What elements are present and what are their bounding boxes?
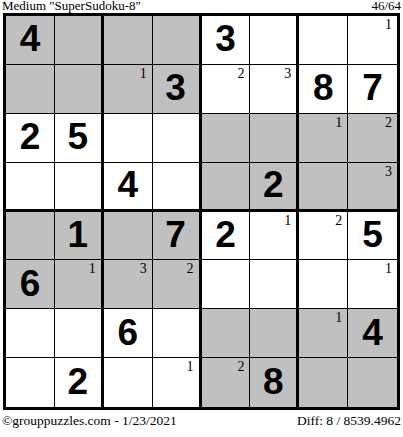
cell-r2c5[interactable]: 2 [202, 65, 251, 114]
puzzle-footer: ©grouppuzzles.com - 1/23/2021 Diff: 8 / … [2, 413, 401, 429]
cell-r4c5[interactable] [202, 163, 251, 212]
cell-r4c7[interactable] [299, 163, 348, 212]
cell-r8c5[interactable]: 2 [202, 358, 251, 407]
pencil-mark: 1 [284, 212, 291, 229]
cell-r2c6[interactable]: 3 [250, 65, 299, 114]
puzzle-header: Medium "SuperSudoku-8" 46/64 [2, 0, 401, 13]
pencil-mark: 1 [89, 260, 96, 277]
cell-r5c1[interactable] [6, 212, 55, 261]
cell-value: 4 [117, 166, 138, 203]
cell-r1c1[interactable]: 4 [6, 16, 55, 65]
copyright-credit: ©grouppuzzles.com - 1/23/2021 [2, 413, 177, 429]
cell-r8c1[interactable] [6, 358, 55, 407]
cell-r3c3[interactable] [104, 114, 153, 163]
cell-r7c4[interactable] [153, 309, 202, 358]
pencil-mark: 2 [187, 260, 194, 277]
cell-value: 7 [362, 69, 383, 106]
cell-r5c5[interactable]: 2 [202, 212, 251, 261]
cell-r3c5[interactable] [202, 114, 251, 163]
cell-value: 8 [313, 69, 334, 106]
cell-r3c2[interactable]: 5 [55, 114, 104, 163]
cell-r4c3[interactable]: 4 [104, 163, 153, 212]
pencil-mark: 1 [335, 114, 342, 131]
cell-value: 2 [263, 166, 284, 203]
cell-r7c7[interactable]: 1 [299, 309, 348, 358]
cell-r6c4[interactable]: 2 [153, 260, 202, 309]
cell-r3c4[interactable] [153, 114, 202, 163]
cell-r1c3[interactable] [104, 16, 153, 65]
cell-r5c7[interactable]: 2 [299, 212, 348, 261]
cell-r1c6[interactable] [250, 16, 299, 65]
pencil-mark: 1 [385, 16, 392, 33]
cell-r2c2[interactable] [55, 65, 104, 114]
cell-r8c3[interactable] [104, 358, 153, 407]
cell-r2c4[interactable]: 3 [153, 65, 202, 114]
cell-r3c6[interactable] [250, 114, 299, 163]
cell-r8c8[interactable] [348, 358, 397, 407]
cell-r1c7[interactable] [299, 16, 348, 65]
pencil-mark: 3 [140, 260, 147, 277]
cell-r5c3[interactable] [104, 212, 153, 261]
cell-value: 4 [362, 314, 383, 351]
cell-r1c4[interactable] [153, 16, 202, 65]
cell-value: 5 [362, 216, 383, 253]
remaining-counter: 46/64 [371, 0, 401, 13]
cell-value: 6 [20, 265, 41, 302]
cell-r8c7[interactable] [299, 358, 348, 407]
cell-r3c7[interactable]: 1 [299, 114, 348, 163]
cell-value: 1 [68, 216, 89, 253]
cell-r8c2[interactable]: 2 [55, 358, 104, 407]
cell-r6c7[interactable] [299, 260, 348, 309]
pencil-mark: 2 [335, 212, 342, 229]
cell-r6c5[interactable] [202, 260, 251, 309]
cell-r6c6[interactable] [250, 260, 299, 309]
cell-r1c2[interactable] [55, 16, 104, 65]
cell-r1c8[interactable]: 1 [348, 16, 397, 65]
pencil-mark: 2 [385, 114, 392, 131]
pencil-mark: 1 [335, 309, 342, 326]
cell-r7c5[interactable] [202, 309, 251, 358]
pencil-mark: 1 [385, 260, 392, 277]
cell-value: 4 [20, 20, 41, 57]
cell-r7c3[interactable]: 6 [104, 309, 153, 358]
cell-value: 2 [215, 216, 236, 253]
cell-r6c8[interactable]: 1 [348, 260, 397, 309]
cell-r1c5[interactable]: 3 [202, 16, 251, 65]
cell-r7c6[interactable] [250, 309, 299, 358]
cell-value: 8 [263, 363, 284, 400]
cell-r5c8[interactable]: 5 [348, 212, 397, 261]
cell-r6c1[interactable]: 6 [6, 260, 55, 309]
cell-r5c6[interactable]: 1 [250, 212, 299, 261]
cell-r3c1[interactable]: 2 [6, 114, 55, 163]
sudoku-grid: 4311323872512423172125613216142128 [3, 13, 400, 410]
cell-value: 2 [20, 118, 41, 155]
cell-r5c2[interactable]: 1 [55, 212, 104, 261]
cell-r4c2[interactable] [55, 163, 104, 212]
cell-value: 3 [215, 20, 236, 57]
cell-r4c1[interactable] [6, 163, 55, 212]
cell-value: 7 [165, 216, 186, 253]
cell-r2c3[interactable]: 1 [104, 65, 153, 114]
pencil-mark: 1 [140, 65, 147, 82]
pencil-mark: 1 [187, 358, 194, 375]
cell-r6c2[interactable]: 1 [55, 260, 104, 309]
pencil-mark: 3 [284, 65, 291, 82]
cell-r2c8[interactable]: 7 [348, 65, 397, 114]
cell-r7c2[interactable] [55, 309, 104, 358]
cell-r7c1[interactable] [6, 309, 55, 358]
pencil-mark: 3 [385, 163, 392, 180]
difficulty-label: Diff: 8 / 8539.4962 [297, 413, 401, 429]
cell-r7c8[interactable]: 4 [348, 309, 397, 358]
cell-value: 3 [165, 69, 186, 106]
cell-r4c6[interactable]: 2 [250, 163, 299, 212]
cell-r6c3[interactable]: 3 [104, 260, 153, 309]
cell-r5c4[interactable]: 7 [153, 212, 202, 261]
puzzle-title: Medium "SuperSudoku-8" [2, 0, 141, 13]
cell-r8c4[interactable]: 1 [153, 358, 202, 407]
cell-r3c8[interactable]: 2 [348, 114, 397, 163]
cell-r2c1[interactable] [6, 65, 55, 114]
cell-value: 2 [68, 363, 89, 400]
cell-value: 5 [68, 118, 89, 155]
cell-r2c7[interactable]: 8 [299, 65, 348, 114]
cell-r4c8[interactable]: 3 [348, 163, 397, 212]
cell-r8c6[interactable]: 8 [250, 358, 299, 407]
cell-r4c4[interactable] [153, 163, 202, 212]
pencil-mark: 2 [237, 65, 244, 82]
pencil-mark: 2 [237, 358, 244, 375]
cell-value: 6 [117, 314, 138, 351]
